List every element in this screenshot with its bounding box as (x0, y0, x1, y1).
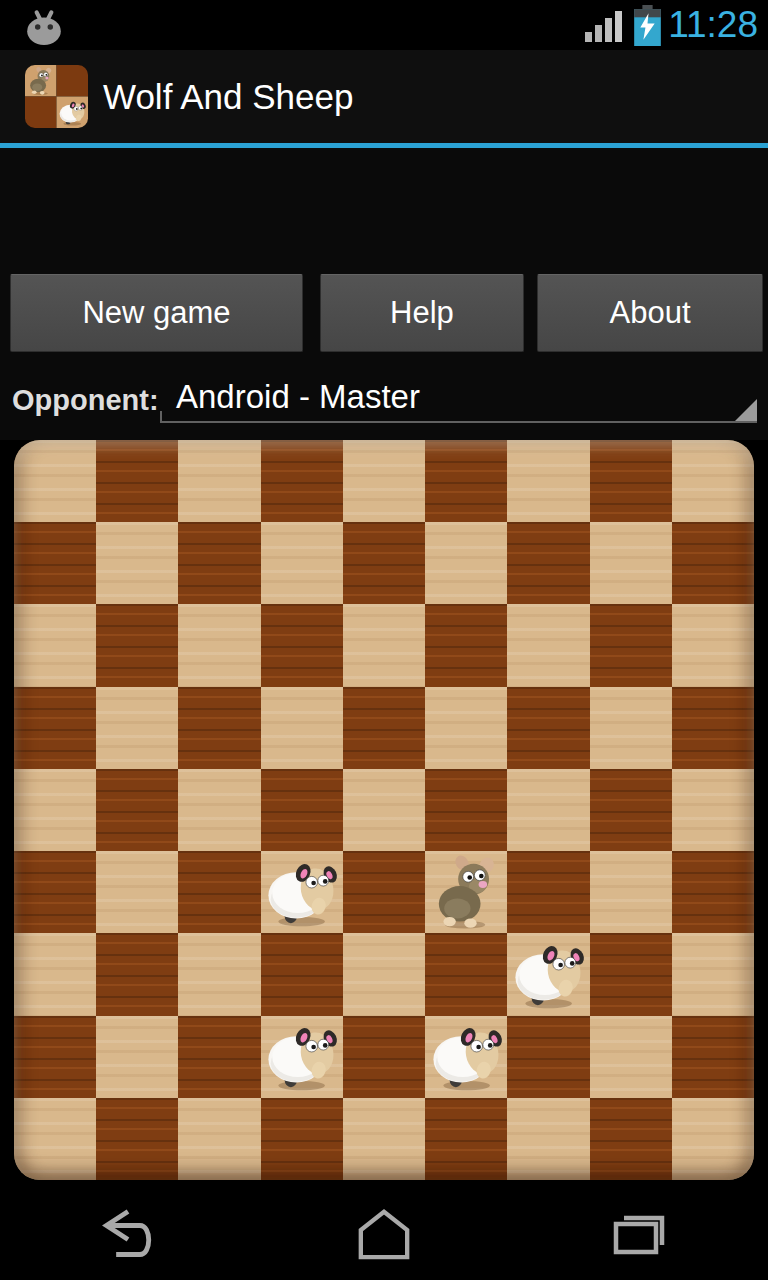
board-cell[interactable] (507, 851, 589, 933)
board-cell[interactable] (507, 769, 589, 851)
board-cell[interactable] (343, 1098, 425, 1180)
board-cell[interactable] (590, 851, 672, 933)
recents-button[interactable] (512, 1185, 768, 1280)
board-cell[interactable] (507, 522, 589, 604)
board-cell[interactable] (261, 851, 343, 933)
board-cell[interactable] (261, 769, 343, 851)
board-cell[interactable] (261, 604, 343, 686)
board-cell[interactable] (590, 440, 672, 522)
board-cell[interactable] (14, 687, 96, 769)
home-button[interactable] (256, 1185, 512, 1280)
board-cell[interactable] (590, 604, 672, 686)
spinner-dropdown-arrow-icon (735, 399, 757, 421)
opponent-spinner[interactable]: Android - Master (160, 376, 757, 423)
board-cell[interactable] (343, 769, 425, 851)
board-cell[interactable] (672, 687, 754, 769)
board-cell[interactable] (425, 933, 507, 1015)
board-cell[interactable] (178, 1098, 260, 1180)
board-cell[interactable] (507, 933, 589, 1015)
board-cell[interactable] (425, 1016, 507, 1098)
board-cell[interactable] (261, 1016, 343, 1098)
sheep-glyph (510, 934, 587, 1013)
board-cell[interactable] (178, 687, 260, 769)
board-cell[interactable] (14, 522, 96, 604)
board-cell[interactable] (672, 769, 754, 851)
board-cell[interactable] (590, 687, 672, 769)
back-button[interactable] (0, 1185, 256, 1280)
board-cell[interactable] (425, 769, 507, 851)
opponent-label: Opponent: (12, 384, 159, 417)
signal-strength-icon (585, 8, 627, 42)
battery-charging-icon (634, 5, 661, 46)
board-cell[interactable] (178, 440, 260, 522)
spinner-underline (160, 421, 757, 423)
recents-icon (607, 1205, 673, 1261)
board-cell[interactable] (672, 522, 754, 604)
board-cell[interactable] (96, 604, 178, 686)
new-game-button[interactable]: New game (10, 274, 303, 352)
board-cell[interactable] (425, 522, 507, 604)
board-cell[interactable] (343, 851, 425, 933)
board-cell[interactable] (590, 933, 672, 1015)
about-button[interactable]: About (537, 274, 763, 352)
navigation-bar (0, 1185, 768, 1280)
status-bar: 11:28 (0, 0, 768, 50)
board-cell[interactable] (425, 604, 507, 686)
board-cell[interactable] (261, 440, 343, 522)
board-cell[interactable] (178, 1016, 260, 1098)
board-cell[interactable] (425, 440, 507, 522)
board-cell[interactable] (507, 604, 589, 686)
board-cell[interactable] (672, 604, 754, 686)
board-cell[interactable] (14, 440, 96, 522)
board-cell[interactable] (96, 1098, 178, 1180)
board-cell[interactable] (96, 1016, 178, 1098)
sheep-piece[interactable] (507, 933, 589, 1015)
board-cell[interactable] (425, 687, 507, 769)
board-cell[interactable] (178, 933, 260, 1015)
board-cell[interactable] (672, 851, 754, 933)
board-cell[interactable] (343, 1016, 425, 1098)
board-cell[interactable] (96, 851, 178, 933)
board-cell[interactable] (96, 687, 178, 769)
game-board[interactable] (14, 440, 754, 1180)
board-cell[interactable] (14, 1016, 96, 1098)
board-cell[interactable] (590, 1016, 672, 1098)
board-cell[interactable] (507, 1016, 589, 1098)
board-cell[interactable] (343, 604, 425, 686)
home-icon (351, 1205, 417, 1261)
board-cell[interactable] (14, 1098, 96, 1180)
board-cell[interactable] (672, 1098, 754, 1180)
sheep-piece[interactable] (425, 1016, 507, 1098)
board-cell[interactable] (14, 933, 96, 1015)
board-cell[interactable] (672, 1016, 754, 1098)
board-cell[interactable] (261, 933, 343, 1015)
board-cell[interactable] (96, 769, 178, 851)
board-cell[interactable] (178, 851, 260, 933)
board-cell[interactable] (343, 522, 425, 604)
help-button[interactable]: Help (320, 274, 524, 352)
menu-buttons-row: New game Help About (0, 274, 768, 352)
board-cell[interactable] (672, 933, 754, 1015)
board-cell[interactable] (507, 440, 589, 522)
board-cell[interactable] (96, 933, 178, 1015)
board-cell[interactable] (178, 604, 260, 686)
sheep-piece[interactable] (261, 1016, 343, 1098)
android-robot-icon (22, 5, 66, 47)
board-cell[interactable] (343, 440, 425, 522)
board-cell[interactable] (672, 440, 754, 522)
board-cell[interactable] (178, 522, 260, 604)
clock-time: 11:28 (668, 0, 762, 50)
board-cell[interactable] (96, 440, 178, 522)
phone-screen: 11:28 Wolf And Sheep New game Help About… (0, 0, 768, 1280)
app-icon-wolf-sheep (25, 65, 88, 128)
action-bar: Wolf And Sheep (0, 50, 768, 143)
back-icon (95, 1205, 161, 1261)
sheep-piece[interactable] (261, 851, 343, 933)
board-cell[interactable] (343, 687, 425, 769)
wolf-glyph (428, 852, 505, 931)
board-cell[interactable] (590, 1098, 672, 1180)
board-cell[interactable] (590, 769, 672, 851)
board-cell[interactable] (14, 851, 96, 933)
android-notification-icon (22, 5, 66, 51)
sheep-glyph (428, 1016, 505, 1095)
board-cell[interactable] (178, 769, 260, 851)
wolf-piece[interactable] (425, 851, 507, 933)
sheep-glyph (263, 852, 340, 931)
opponent-selected-value: Android - Master (176, 378, 420, 416)
board-cell[interactable] (507, 1098, 589, 1180)
board-cell[interactable] (96, 522, 178, 604)
board-cell[interactable] (14, 604, 96, 686)
page-title: Wolf And Sheep (103, 77, 353, 117)
board-cell[interactable] (507, 687, 589, 769)
board-cell[interactable] (14, 769, 96, 851)
board-cell[interactable] (590, 522, 672, 604)
board-cell[interactable] (343, 933, 425, 1015)
sheep-glyph (263, 1016, 340, 1095)
board-cell[interactable] (425, 1098, 507, 1180)
board-cell[interactable] (425, 851, 507, 933)
board-cell[interactable] (261, 687, 343, 769)
board-cell[interactable] (261, 1098, 343, 1180)
board-cell[interactable] (261, 522, 343, 604)
